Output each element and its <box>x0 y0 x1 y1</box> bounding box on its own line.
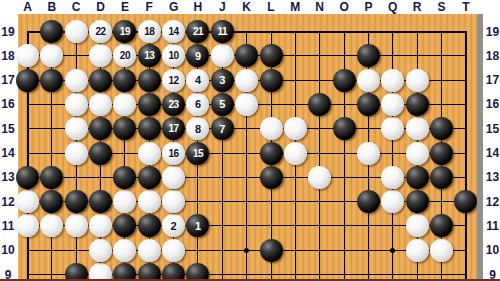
white-stone-E10 <box>113 239 136 262</box>
row-label-right-10: 10 <box>485 243 500 257</box>
white-stone-K16 <box>235 93 258 116</box>
move-number: 4 <box>195 74 201 86</box>
row-label-left-12: 12 <box>0 195 16 209</box>
white-stone-G19: 14 <box>162 20 185 43</box>
white-stone-C17 <box>65 69 88 92</box>
black-stone-B13 <box>40 166 63 189</box>
black-stone-H14: 15 <box>186 142 209 165</box>
white-stone-G17: 12 <box>162 69 185 92</box>
grid-vline-T <box>465 31 467 281</box>
column-label-B: B <box>44 0 60 14</box>
move-number: 21 <box>193 26 203 37</box>
black-stone-J15: 7 <box>211 117 234 140</box>
move-number: 9 <box>195 50 201 62</box>
column-label-O: O <box>336 0 352 14</box>
column-label-E: E <box>117 0 133 14</box>
white-stone-D19: 22 <box>89 20 112 43</box>
black-stone-L13 <box>260 166 283 189</box>
move-number: 17 <box>169 123 179 134</box>
column-label-F: F <box>141 0 157 14</box>
black-stone-A17 <box>16 69 39 92</box>
row-label-right-18: 18 <box>485 49 500 63</box>
white-stone-M15 <box>284 117 307 140</box>
white-stone-C14 <box>65 142 88 165</box>
row-label-right-19: 19 <box>485 25 500 39</box>
column-label-M: M <box>287 0 303 14</box>
black-stone-F17 <box>138 69 161 92</box>
column-label-D: D <box>93 0 109 14</box>
move-number: 14 <box>169 26 179 37</box>
white-stone-D10 <box>89 239 112 262</box>
black-stone-R12 <box>406 190 429 213</box>
white-stone-C15 <box>65 117 88 140</box>
white-stone-K17 <box>235 69 258 92</box>
column-label-Q: Q <box>385 0 401 14</box>
white-stone-G13 <box>162 166 185 189</box>
column-label-R: R <box>409 0 425 14</box>
row-label-right-16: 16 <box>485 97 500 111</box>
white-stone-C19 <box>65 20 88 43</box>
move-number: 6 <box>195 98 201 110</box>
black-stone-L17 <box>260 69 283 92</box>
white-stone-F14 <box>138 142 161 165</box>
row-label-right-13: 13 <box>485 170 500 184</box>
white-stone-Q16 <box>381 93 404 116</box>
white-stone-D16 <box>89 93 112 116</box>
white-stone-Q13 <box>381 166 404 189</box>
black-stone-S14 <box>430 142 453 165</box>
white-stone-R10 <box>406 239 429 262</box>
column-label-C: C <box>68 0 84 14</box>
row-label-right-11: 11 <box>485 219 500 233</box>
black-stone-F18: 13 <box>138 44 161 67</box>
column-label-H: H <box>190 0 206 14</box>
black-stone-B17 <box>40 69 63 92</box>
grid-vline-N <box>319 31 320 281</box>
move-number: 22 <box>95 26 105 37</box>
go-diagram-page: ABCDEFGHJKLMNOPQRST191918181717161615151… <box>0 0 500 281</box>
move-number: 8 <box>195 123 201 135</box>
black-stone-F15 <box>138 117 161 140</box>
move-number: 19 <box>120 26 130 37</box>
row-label-left-11: 11 <box>0 219 16 233</box>
move-number: 10 <box>169 50 179 61</box>
black-stone-O15 <box>333 117 356 140</box>
white-stone-F12 <box>138 190 161 213</box>
row-label-left-17: 17 <box>0 73 16 87</box>
black-stone-L14 <box>260 142 283 165</box>
black-stone-S15 <box>430 117 453 140</box>
white-stone-Q17 <box>381 69 404 92</box>
column-label-A: A <box>20 0 36 14</box>
white-stone-R17 <box>406 69 429 92</box>
move-number: 7 <box>219 123 225 135</box>
white-stone-F19: 18 <box>138 20 161 43</box>
white-stone-P17 <box>357 69 380 92</box>
black-stone-F13 <box>138 166 161 189</box>
row-label-right-15: 15 <box>485 122 500 136</box>
row-label-left-14: 14 <box>0 146 16 160</box>
column-label-T: T <box>458 0 474 14</box>
black-stone-S13 <box>430 166 453 189</box>
black-stone-L10 <box>260 239 283 262</box>
white-stone-P14 <box>357 142 380 165</box>
row-label-right-14: 14 <box>485 146 500 160</box>
white-stone-N13 <box>308 166 331 189</box>
black-stone-D14 <box>89 142 112 165</box>
black-stone-E17 <box>113 69 136 92</box>
black-stone-J17: 3 <box>211 69 234 92</box>
move-number: 1 <box>195 220 201 232</box>
white-stone-H17: 4 <box>186 69 209 92</box>
black-stone-C12 <box>65 190 88 213</box>
hoshi-Q10 <box>390 248 395 253</box>
white-stone-M14 <box>284 142 307 165</box>
move-number: 3 <box>219 74 225 86</box>
white-stone-C11 <box>65 214 88 237</box>
move-number: 16 <box>169 148 179 159</box>
white-stone-G14: 16 <box>162 142 185 165</box>
column-label-J: J <box>214 0 230 14</box>
black-stone-A13 <box>16 166 39 189</box>
black-stone-F11 <box>138 214 161 237</box>
column-label-S: S <box>433 0 449 14</box>
white-stone-R15 <box>406 117 429 140</box>
black-stone-D12 <box>89 190 112 213</box>
column-label-K: K <box>239 0 255 14</box>
black-stone-O17 <box>333 69 356 92</box>
black-stone-R13 <box>406 166 429 189</box>
black-stone-P16 <box>357 93 380 116</box>
row-label-right-17: 17 <box>485 73 500 87</box>
move-number: 20 <box>120 50 130 61</box>
move-number: 23 <box>169 99 179 110</box>
row-label-left-16: 16 <box>0 97 16 111</box>
move-number: 12 <box>169 75 179 86</box>
white-stone-R14 <box>406 142 429 165</box>
move-number: 5 <box>219 98 225 110</box>
row-label-left-19: 19 <box>0 25 16 39</box>
white-stone-C16 <box>65 93 88 116</box>
column-label-G: G <box>166 0 182 14</box>
move-number: 11 <box>218 26 228 37</box>
row-label-left-15: 15 <box>0 122 16 136</box>
row-label-left-13: 13 <box>0 170 16 184</box>
black-stone-R16 <box>406 93 429 116</box>
row-label-left-10: 10 <box>0 243 16 257</box>
move-number: 18 <box>144 26 154 37</box>
white-stone-J18 <box>211 44 234 67</box>
hoshi-K10 <box>244 248 249 253</box>
white-stone-R11 <box>406 214 429 237</box>
white-stone-S10 <box>430 239 453 262</box>
black-stone-F16 <box>138 93 161 116</box>
black-stone-P12 <box>357 190 380 213</box>
column-label-P: P <box>360 0 376 14</box>
black-stone-J19: 11 <box>211 20 234 43</box>
black-stone-N16 <box>308 93 331 116</box>
white-stone-L15 <box>260 117 283 140</box>
black-stone-L18 <box>260 44 283 67</box>
move-number: 15 <box>193 148 203 159</box>
move-number: 13 <box>144 50 154 61</box>
row-label-left-18: 18 <box>0 49 16 63</box>
black-stone-D17 <box>89 69 112 92</box>
white-stone-A12 <box>16 190 39 213</box>
board-right-shadow <box>477 14 483 281</box>
row-label-right-12: 12 <box>485 195 500 209</box>
move-number: 2 <box>171 220 177 232</box>
white-stone-F10 <box>138 239 161 262</box>
black-stone-J16: 5 <box>211 93 234 116</box>
black-stone-G16: 23 <box>162 93 185 116</box>
column-label-L: L <box>263 0 279 14</box>
column-label-N: N <box>312 0 328 14</box>
white-stone-G10 <box>162 239 185 262</box>
